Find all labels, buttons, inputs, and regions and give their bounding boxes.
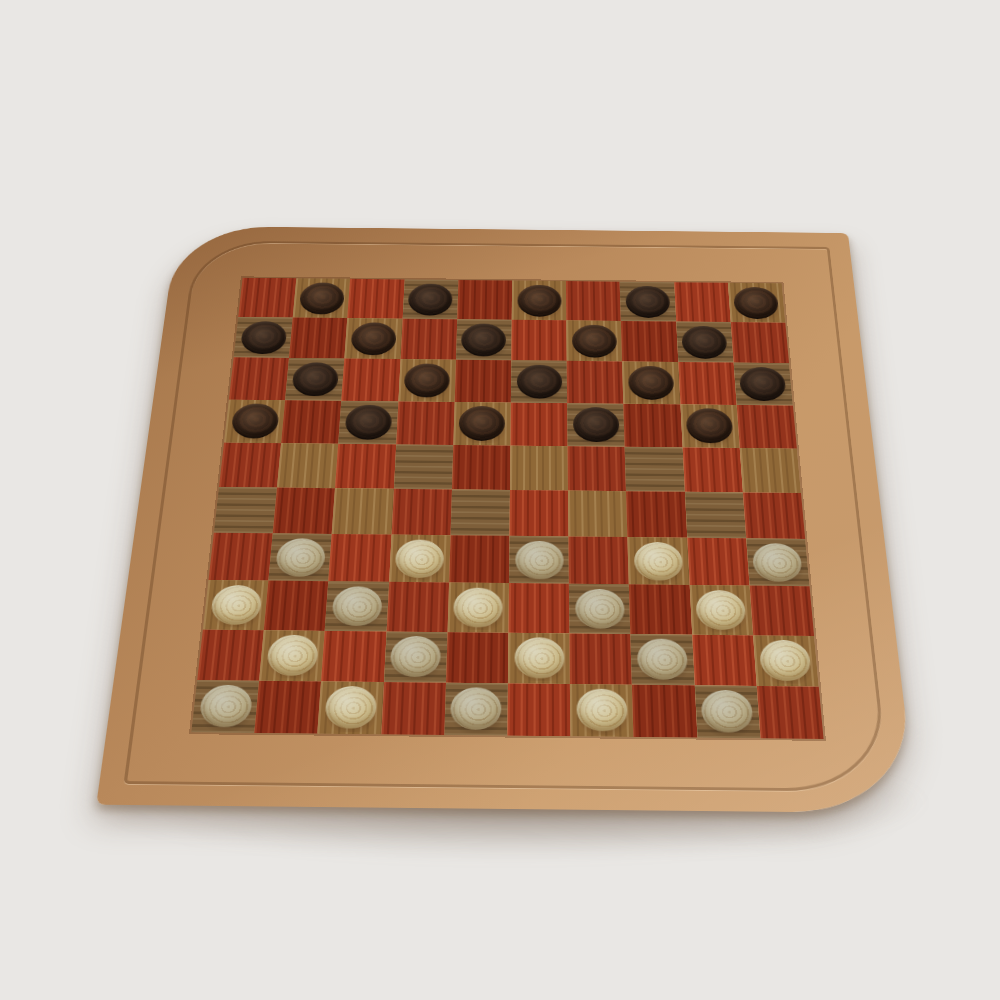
square-r3c1[interactable] (229, 358, 289, 400)
square-22[interactable] (394, 444, 454, 489)
dark-checker-glyph: ⛂ (459, 406, 506, 441)
light-checker-glyph: ⛀ (450, 688, 502, 731)
square-8[interactable]: ⛂ (456, 319, 512, 360)
square-38[interactable]: ⛀ (447, 583, 509, 633)
square-r10c8[interactable] (632, 685, 697, 738)
light-checker[interactable]: ⛀ (752, 543, 803, 582)
square-16[interactable]: ⛂ (224, 399, 285, 443)
square-44[interactable]: ⛀ (631, 634, 695, 685)
square-r10c4[interactable] (381, 682, 446, 735)
square-r9c7[interactable] (570, 633, 633, 684)
square-r5c1[interactable] (219, 442, 281, 487)
square-28[interactable] (450, 489, 510, 536)
light-checker[interactable]: ⛀ (390, 636, 441, 677)
square-9[interactable]: ⛂ (566, 320, 622, 361)
square-r2c2[interactable] (289, 318, 347, 359)
square-25[interactable] (740, 448, 801, 493)
square-7[interactable]: ⛂ (345, 318, 403, 359)
square-40[interactable]: ⛀ (689, 585, 753, 635)
light-checker-glyph: ⛀ (275, 538, 326, 577)
playing-grid: ⛂⛂⛂⛂⛂⛂⛂⛂⛂⛂⛂⛂⛂⛂⛂⛂⛂⛂⛂⛂⛀⛀⛀⛀⛀⛀⛀⛀⛀⛀⛀⛀⛀⛀⛀⛀⛀⛀⛀⛀ (191, 278, 823, 739)
square-37[interactable]: ⛀ (325, 582, 389, 632)
square-11[interactable]: ⛂ (285, 358, 344, 400)
square-r4c10[interactable] (737, 405, 797, 449)
square-19[interactable]: ⛂ (567, 403, 625, 447)
dark-checker-glyph: ⛂ (344, 405, 392, 440)
square-r1c5[interactable] (457, 280, 512, 320)
square-r8c6[interactable] (509, 583, 570, 633)
square-14[interactable]: ⛂ (622, 362, 680, 404)
square-r4c8[interactable] (624, 404, 683, 448)
dark-checker[interactable]: ⛂ (517, 284, 561, 316)
square-r7c5[interactable] (449, 535, 510, 583)
square-r7c3[interactable] (329, 534, 392, 582)
dark-checker[interactable]: ⛂ (459, 406, 506, 441)
light-checker-glyph: ⛀ (637, 639, 688, 681)
dark-checker[interactable]: ⛂ (739, 367, 787, 401)
square-r1c3[interactable] (348, 279, 405, 319)
light-checker[interactable]: ⛀ (576, 689, 627, 732)
light-checker[interactable]: ⛀ (324, 686, 377, 729)
square-15[interactable]: ⛂ (734, 363, 793, 405)
square-27[interactable] (332, 488, 394, 535)
square-r8c4[interactable] (386, 582, 449, 632)
square-r4c2[interactable] (281, 400, 341, 444)
dark-checker[interactable]: ⛂ (625, 285, 670, 317)
light-checker-glyph: ⛀ (575, 589, 625, 629)
cloth-backdrop: ⛂⛂⛂⛂⛂⛂⛂⛂⛂⛂⛂⛂⛂⛂⛂⛂⛂⛂⛂⛂⛀⛀⛀⛀⛀⛀⛀⛀⛀⛀⛀⛀⛀⛀⛀⛀⛀⛀⛀⛀ (0, 0, 1000, 1000)
dark-checker[interactable]: ⛂ (230, 404, 279, 439)
square-r6c4[interactable] (391, 489, 452, 536)
light-checker-glyph: ⛀ (266, 635, 319, 676)
light-checker[interactable]: ⛀ (637, 639, 688, 681)
dark-checker[interactable]: ⛂ (573, 407, 620, 442)
square-33[interactable]: ⛀ (509, 536, 569, 584)
square-r6c8[interactable] (626, 491, 687, 538)
dark-checker-glyph: ⛂ (681, 326, 728, 359)
light-checker[interactable]: ⛀ (266, 635, 319, 676)
dark-checker-glyph: ⛂ (572, 324, 617, 357)
square-26[interactable] (214, 487, 277, 534)
square-r9c9[interactable] (692, 634, 757, 685)
light-checker-glyph: ⛀ (324, 686, 377, 729)
square-5[interactable]: ⛂ (728, 283, 786, 323)
square-43[interactable]: ⛀ (508, 632, 570, 683)
square-24[interactable] (625, 447, 685, 492)
dark-checker[interactable]: ⛂ (733, 287, 779, 319)
square-r2c6[interactable] (511, 320, 567, 361)
square-17[interactable]: ⛂ (339, 401, 399, 445)
square-29[interactable] (568, 491, 628, 538)
light-checker-glyph: ⛀ (701, 690, 754, 733)
square-35[interactable]: ⛀ (746, 538, 810, 586)
dark-checker[interactable]: ⛂ (408, 283, 453, 315)
square-r9c1[interactable] (197, 629, 264, 680)
square-r8c2[interactable] (264, 581, 329, 631)
dark-checker-glyph: ⛂ (628, 366, 675, 400)
light-checker[interactable]: ⛀ (275, 538, 326, 577)
square-42[interactable]: ⛀ (384, 631, 448, 682)
square-r5c9[interactable] (682, 447, 742, 492)
square-r10c10[interactable] (757, 686, 824, 739)
light-checker-glyph: ⛀ (695, 590, 746, 630)
square-18[interactable]: ⛂ (453, 402, 511, 446)
square-50[interactable]: ⛀ (694, 685, 760, 738)
light-checker[interactable]: ⛀ (331, 586, 382, 626)
light-checker[interactable]: ⛀ (395, 539, 445, 578)
dark-checker-glyph: ⛂ (625, 285, 670, 317)
light-checker-glyph: ⛀ (331, 586, 382, 626)
light-checker-glyph: ⛀ (759, 640, 812, 682)
square-1[interactable]: ⛂ (293, 278, 351, 318)
square-r3c9[interactable] (678, 362, 737, 404)
square-41[interactable]: ⛀ (259, 630, 325, 681)
light-checker[interactable]: ⛀ (198, 685, 253, 728)
square-r2c8[interactable] (621, 321, 678, 362)
dark-checker-glyph: ⛂ (516, 365, 561, 399)
light-checker-glyph: ⛀ (515, 541, 563, 580)
square-r7c1[interactable] (208, 533, 272, 581)
light-checker-glyph: ⛀ (209, 585, 262, 625)
light-checker[interactable]: ⛀ (514, 637, 564, 678)
dark-checker[interactable]: ⛂ (681, 326, 728, 359)
square-r8c10[interactable] (749, 586, 814, 636)
square-r9c3[interactable] (321, 631, 386, 682)
dark-checker-glyph: ⛂ (461, 323, 506, 356)
light-checker[interactable]: ⛀ (575, 589, 625, 629)
square-20[interactable]: ⛂ (680, 404, 739, 448)
light-checker-glyph: ⛀ (453, 587, 503, 627)
square-6[interactable]: ⛂ (234, 317, 293, 358)
dark-checker[interactable]: ⛂ (350, 322, 397, 355)
square-r1c1[interactable] (238, 278, 296, 318)
square-r4c4[interactable] (396, 401, 455, 445)
square-39[interactable]: ⛀ (569, 584, 631, 634)
square-r7c7[interactable] (569, 537, 630, 585)
square-2[interactable]: ⛂ (402, 279, 458, 319)
square-36[interactable]: ⛀ (203, 580, 269, 630)
dark-checker-glyph: ⛂ (686, 408, 734, 443)
square-47[interactable]: ⛀ (318, 681, 384, 734)
square-r4c6[interactable] (510, 402, 567, 446)
square-r5c7[interactable] (568, 446, 627, 491)
light-checker[interactable]: ⛀ (634, 542, 684, 581)
dark-checker-glyph: ⛂ (733, 287, 779, 319)
dark-checker-glyph: ⛂ (239, 321, 287, 354)
square-r2c4[interactable] (400, 319, 457, 360)
square-45[interactable]: ⛀ (753, 635, 819, 686)
square-13[interactable]: ⛂ (511, 360, 567, 402)
dark-checker-glyph: ⛂ (739, 367, 787, 401)
dark-checker-glyph: ⛂ (299, 282, 345, 314)
square-32[interactable]: ⛀ (389, 535, 451, 583)
light-checker-glyph: ⛀ (390, 636, 441, 677)
square-4[interactable]: ⛂ (620, 282, 676, 322)
square-10[interactable]: ⛂ (676, 322, 734, 363)
square-30[interactable] (685, 492, 746, 539)
light-checker[interactable]: ⛀ (450, 688, 502, 731)
square-r6c6[interactable] (510, 490, 569, 537)
dark-checker-glyph: ⛂ (291, 362, 339, 396)
square-r1c9[interactable] (674, 282, 731, 322)
square-23[interactable] (510, 445, 568, 490)
light-checker-glyph: ⛀ (395, 539, 445, 578)
square-12[interactable]: ⛂ (398, 359, 456, 401)
dark-checker-glyph: ⛂ (404, 363, 451, 397)
light-checker-glyph: ⛀ (198, 685, 253, 728)
dark-checker[interactable]: ⛂ (299, 282, 345, 314)
light-checker[interactable]: ⛀ (209, 585, 262, 625)
light-checker[interactable]: ⛀ (695, 590, 746, 630)
light-checker-glyph: ⛀ (514, 637, 564, 678)
dark-checker[interactable]: ⛂ (628, 366, 675, 400)
square-r7c9[interactable] (687, 538, 750, 586)
square-r8c8[interactable] (629, 585, 692, 635)
square-r3c5[interactable] (455, 360, 512, 402)
game-board: ⛂⛂⛂⛂⛂⛂⛂⛂⛂⛂⛂⛂⛂⛂⛂⛂⛂⛂⛂⛂⛀⛀⛀⛀⛀⛀⛀⛀⛀⛀⛀⛀⛀⛀⛀⛀⛀⛀⛀⛀ (96, 226, 917, 813)
square-49[interactable]: ⛀ (570, 684, 634, 737)
square-r6c2[interactable] (273, 488, 335, 535)
light-checker-glyph: ⛀ (752, 543, 803, 582)
dark-checker-glyph: ⛂ (350, 322, 397, 355)
scene: ⛂⛂⛂⛂⛂⛂⛂⛂⛂⛂⛂⛂⛂⛂⛂⛂⛂⛂⛂⛂⛀⛀⛀⛀⛀⛀⛀⛀⛀⛀⛀⛀⛀⛀⛀⛀⛀⛀⛀⛀ (0, 0, 1000, 1000)
light-checker-glyph: ⛀ (634, 542, 684, 581)
dark-checker[interactable]: ⛂ (344, 405, 392, 440)
dark-checker[interactable]: ⛂ (572, 324, 617, 357)
square-r3c3[interactable] (342, 359, 401, 401)
dark-checker[interactable]: ⛂ (239, 321, 287, 354)
square-31[interactable]: ⛀ (269, 533, 333, 581)
dark-checker-glyph: ⛂ (517, 284, 561, 316)
dark-checker-glyph: ⛂ (230, 404, 279, 439)
dark-checker[interactable]: ⛂ (516, 365, 561, 399)
square-21[interactable] (277, 443, 338, 488)
square-r10c6[interactable] (507, 683, 570, 736)
square-r1c7[interactable] (566, 281, 621, 321)
dark-checker-glyph: ⛂ (408, 283, 453, 315)
square-3[interactable]: ⛂ (512, 281, 567, 321)
light-checker[interactable]: ⛀ (453, 587, 503, 627)
dark-checker[interactable]: ⛂ (686, 408, 734, 443)
light-checker[interactable]: ⛀ (759, 640, 812, 682)
square-48[interactable]: ⛀ (444, 683, 508, 736)
dark-checker[interactable]: ⛂ (461, 323, 506, 356)
dark-checker-glyph: ⛂ (573, 407, 620, 442)
dark-checker[interactable]: ⛂ (291, 362, 339, 396)
light-checker[interactable]: ⛀ (515, 541, 563, 580)
light-checker-glyph: ⛀ (576, 689, 627, 732)
square-46[interactable]: ⛀ (191, 680, 259, 733)
square-r9c5[interactable] (446, 632, 509, 683)
dark-checker[interactable]: ⛂ (404, 363, 451, 397)
square-r5c5[interactable] (452, 445, 511, 490)
square-r2c10[interactable] (731, 322, 789, 363)
square-34[interactable]: ⛀ (628, 537, 690, 585)
square-r5c3[interactable] (335, 444, 395, 489)
square-r10c2[interactable] (254, 681, 321, 734)
light-checker[interactable]: ⛀ (701, 690, 754, 733)
square-r6c10[interactable] (743, 492, 805, 539)
square-r3c7[interactable] (567, 361, 624, 403)
